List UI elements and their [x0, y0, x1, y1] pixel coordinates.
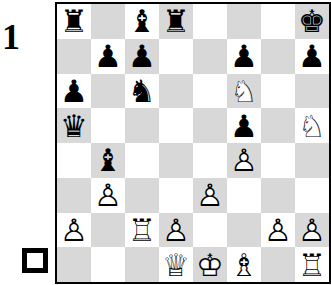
piece-black-pawn[interactable]: ♟ — [57, 74, 91, 108]
square-a3[interactable] — [57, 178, 91, 213]
square-e8[interactable] — [193, 4, 227, 39]
square-d6[interactable] — [159, 74, 193, 109]
piece-black-bishop[interactable]: ♝ — [91, 143, 125, 177]
square-e3[interactable]: ♟♙ — [193, 178, 227, 213]
square-d3[interactable] — [159, 178, 193, 213]
square-c1[interactable] — [125, 247, 159, 282]
square-d4[interactable] — [159, 143, 193, 178]
square-h5[interactable]: ♞♘ — [295, 108, 329, 143]
square-c7[interactable]: ♟ — [125, 39, 159, 74]
square-f2[interactable] — [227, 213, 261, 248]
square-g2[interactable]: ♟♙ — [261, 213, 295, 248]
square-b3[interactable]: ♟♙ — [91, 178, 125, 213]
piece-white-pawn[interactable]: ♟♙ — [91, 178, 125, 212]
square-h2[interactable]: ♟♙ — [295, 213, 329, 248]
square-d5[interactable] — [159, 108, 193, 143]
square-c3[interactable] — [125, 178, 159, 213]
square-b5[interactable] — [91, 108, 125, 143]
square-h3[interactable] — [295, 178, 329, 213]
piece-outline: ♘ — [295, 109, 329, 143]
square-h6[interactable] — [295, 74, 329, 109]
piece-white-pawn[interactable]: ♟♙ — [295, 213, 329, 247]
piece-white-rook[interactable]: ♜♖ — [295, 248, 329, 282]
square-h1[interactable]: ♜♖ — [295, 247, 329, 282]
square-a6[interactable]: ♟ — [57, 74, 91, 109]
piece-black-pawn[interactable]: ♟ — [227, 39, 261, 73]
piece-outline: ♘ — [227, 74, 261, 108]
square-a1[interactable] — [57, 247, 91, 282]
square-a7[interactable] — [57, 39, 91, 74]
piece-outline: ♙ — [261, 213, 295, 247]
piece-outline: ♖ — [125, 213, 159, 247]
square-b2[interactable] — [91, 213, 125, 248]
piece-black-knight[interactable]: ♞ — [125, 74, 159, 108]
square-a2[interactable]: ♟♙ — [57, 213, 91, 248]
white-to-move-indicator — [22, 248, 48, 273]
square-f8[interactable] — [227, 4, 261, 39]
square-g1[interactable] — [261, 247, 295, 282]
piece-white-queen[interactable]: ♛♕ — [159, 248, 193, 282]
square-e5[interactable] — [193, 108, 227, 143]
piece-outline: ♙ — [91, 178, 125, 212]
piece-black-queen[interactable]: ♛ — [57, 109, 91, 143]
square-e6[interactable] — [193, 74, 227, 109]
piece-black-pawn[interactable]: ♟ — [125, 39, 159, 73]
square-g3[interactable] — [261, 178, 295, 213]
piece-white-pawn[interactable]: ♟♙ — [57, 213, 91, 247]
square-g4[interactable] — [261, 143, 295, 178]
square-c6[interactable]: ♞ — [125, 74, 159, 109]
piece-white-rook[interactable]: ♜♖ — [125, 213, 159, 247]
square-e2[interactable] — [193, 213, 227, 248]
piece-black-rook[interactable]: ♜ — [159, 4, 193, 38]
square-b7[interactable]: ♟ — [91, 39, 125, 74]
square-f1[interactable]: ♝♗ — [227, 247, 261, 282]
piece-outline: ♗ — [227, 248, 261, 282]
piece-white-pawn[interactable]: ♟♙ — [193, 178, 227, 212]
piece-outline: ♕ — [159, 248, 193, 282]
square-d8[interactable]: ♜ — [159, 4, 193, 39]
square-b6[interactable] — [91, 74, 125, 109]
piece-outline: ♖ — [295, 248, 329, 282]
square-a5[interactable]: ♛ — [57, 108, 91, 143]
piece-outline: ♔ — [193, 248, 227, 282]
square-f6[interactable]: ♞♘ — [227, 74, 261, 109]
piece-outline: ♙ — [227, 143, 261, 177]
square-g5[interactable] — [261, 108, 295, 143]
piece-white-pawn[interactable]: ♟♙ — [261, 213, 295, 247]
diagram-number: 1 — [2, 19, 20, 55]
square-e1[interactable]: ♚♔ — [193, 247, 227, 282]
piece-black-pawn[interactable]: ♟ — [91, 39, 125, 73]
square-g6[interactable] — [261, 74, 295, 109]
piece-outline: ♙ — [193, 178, 227, 212]
square-h4[interactable] — [295, 143, 329, 178]
square-f5[interactable]: ♟ — [227, 108, 261, 143]
square-f4[interactable]: ♟♙ — [227, 143, 261, 178]
square-c5[interactable] — [125, 108, 159, 143]
square-c8[interactable]: ♝ — [125, 4, 159, 39]
square-g8[interactable] — [261, 4, 295, 39]
square-h7[interactable]: ♟ — [295, 39, 329, 74]
square-e4[interactable] — [193, 143, 227, 178]
piece-black-rook[interactable]: ♜ — [57, 4, 91, 38]
chess-board: ♜♝♜♚♟♟♟♟♟♞♞♘♛♟♞♘♝♟♙♟♙♟♙♟♙♜♖♟♙♟♙♟♙♛♕♚♔♝♗♜… — [55, 2, 331, 284]
square-b8[interactable] — [91, 4, 125, 39]
piece-white-pawn[interactable]: ♟♙ — [159, 213, 193, 247]
piece-white-knight[interactable]: ♞♘ — [227, 74, 261, 108]
piece-white-knight[interactable]: ♞♘ — [295, 109, 329, 143]
piece-white-bishop[interactable]: ♝♗ — [227, 248, 261, 282]
piece-outline: ♙ — [57, 213, 91, 247]
piece-black-pawn[interactable]: ♟ — [227, 109, 261, 143]
square-d1[interactable]: ♛♕ — [159, 247, 193, 282]
square-f3[interactable] — [227, 178, 261, 213]
square-d2[interactable]: ♟♙ — [159, 213, 193, 248]
square-d7[interactable] — [159, 39, 193, 74]
square-g7[interactable] — [261, 39, 295, 74]
piece-outline: ♙ — [295, 213, 329, 247]
piece-black-bishop[interactable]: ♝ — [125, 4, 159, 38]
square-b4[interactable]: ♝ — [91, 143, 125, 178]
piece-white-king[interactable]: ♚♔ — [193, 248, 227, 282]
square-h8[interactable]: ♚ — [295, 4, 329, 39]
square-f7[interactable]: ♟ — [227, 39, 261, 74]
square-e7[interactable] — [193, 39, 227, 74]
square-c4[interactable] — [125, 143, 159, 178]
piece-white-pawn[interactable]: ♟♙ — [227, 143, 261, 177]
square-c2[interactable]: ♜♖ — [125, 213, 159, 248]
piece-black-king[interactable]: ♚ — [295, 4, 329, 38]
square-b1[interactable] — [91, 247, 125, 282]
square-a4[interactable] — [57, 143, 91, 178]
square-a8[interactable]: ♜ — [57, 4, 91, 39]
piece-black-pawn[interactable]: ♟ — [295, 39, 329, 73]
piece-outline: ♙ — [159, 213, 193, 247]
